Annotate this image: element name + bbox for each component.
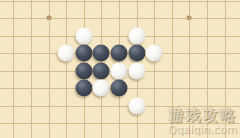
star-point xyxy=(46,16,51,21)
white-stone[interactable] xyxy=(128,27,145,44)
watermark: 游戏攻略 Qqaiqin.com xyxy=(168,107,237,136)
grid-line-vertical xyxy=(66,0,67,138)
black-stone[interactable] xyxy=(93,45,110,62)
black-stone[interactable] xyxy=(110,80,127,97)
white-stone[interactable] xyxy=(75,27,92,44)
grid-line-vertical xyxy=(207,0,208,138)
grid-line-horizontal xyxy=(0,18,240,19)
grid-line-vertical xyxy=(189,0,190,138)
grid-line-vertical xyxy=(225,0,226,138)
grid-line-vertical xyxy=(31,0,32,138)
black-stone[interactable] xyxy=(75,45,92,62)
white-stone[interactable] xyxy=(146,45,163,62)
grid-line-horizontal xyxy=(0,36,240,37)
watermark-title: 游戏攻略 xyxy=(168,107,237,124)
white-stone[interactable] xyxy=(128,97,145,114)
grid-line-vertical xyxy=(154,0,155,138)
grid-line-horizontal xyxy=(0,1,240,2)
white-stone[interactable] xyxy=(58,45,75,62)
white-stone[interactable] xyxy=(93,80,110,97)
grid-line-vertical xyxy=(13,0,14,138)
black-stone[interactable] xyxy=(93,62,110,79)
grid-line-vertical xyxy=(172,0,173,138)
grid-line-vertical xyxy=(49,0,50,138)
black-stone[interactable] xyxy=(75,62,92,79)
black-stone[interactable] xyxy=(128,45,145,62)
gomoku-board[interactable]: 游戏攻略 Qqaiqin.com xyxy=(0,0,240,138)
watermark-url: Qqaiqin.com xyxy=(168,124,237,136)
star-point xyxy=(187,16,192,21)
white-stone[interactable] xyxy=(110,62,127,79)
black-stone[interactable] xyxy=(75,80,92,97)
grid-line-horizontal xyxy=(0,106,240,107)
white-stone[interactable] xyxy=(128,62,145,79)
black-stone[interactable] xyxy=(110,45,127,62)
grid-line-horizontal xyxy=(0,123,240,124)
